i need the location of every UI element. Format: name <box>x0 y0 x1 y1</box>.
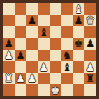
black-bishop[interactable]: ♝ <box>39 27 48 38</box>
square-e2[interactable] <box>50 73 62 85</box>
black-pawn[interactable]: ♟ <box>4 38 13 49</box>
white-pawn[interactable]: ♟ <box>27 73 36 84</box>
square-d3[interactable]: ♟ <box>38 61 50 73</box>
square-g6[interactable] <box>73 26 85 38</box>
square-b8[interactable] <box>15 3 27 15</box>
square-f3[interactable]: ♝ <box>61 61 73 73</box>
square-h6[interactable] <box>84 26 96 38</box>
black-pawn[interactable]: ♟ <box>85 38 94 49</box>
square-e4[interactable] <box>50 50 62 62</box>
square-f7[interactable] <box>61 15 73 27</box>
square-e8[interactable] <box>50 3 62 15</box>
square-d6[interactable]: ♝ <box>38 26 50 38</box>
square-d1[interactable] <box>38 84 50 96</box>
white-king[interactable]: ♚ <box>51 85 60 96</box>
square-d4[interactable] <box>38 50 50 62</box>
square-c1[interactable] <box>26 84 38 96</box>
square-b1[interactable] <box>15 84 27 96</box>
square-a8[interactable] <box>3 3 15 15</box>
square-h1[interactable] <box>84 84 96 96</box>
square-b2[interactable]: ♟ <box>15 73 27 85</box>
square-f2[interactable] <box>61 73 73 85</box>
square-b4[interactable]: ♟ <box>15 50 27 62</box>
square-a1[interactable] <box>3 84 15 96</box>
square-e3[interactable] <box>50 61 62 73</box>
square-g7[interactable]: ♟ <box>73 15 85 27</box>
square-e1[interactable]: ♚ <box>50 84 62 96</box>
black-bishop[interactable]: ♝ <box>62 62 71 73</box>
square-g2[interactable] <box>73 73 85 85</box>
square-h7[interactable]: ♛ <box>84 15 96 27</box>
white-rook[interactable]: ♜ <box>4 73 13 84</box>
square-d5[interactable] <box>38 38 50 50</box>
square-c6[interactable] <box>26 26 38 38</box>
square-e7[interactable] <box>50 15 62 27</box>
white-pawn[interactable]: ♟ <box>85 62 94 73</box>
square-a4[interactable]: ♟ <box>3 50 15 62</box>
square-h5[interactable]: ♟ <box>84 38 96 50</box>
square-c8[interactable] <box>26 3 38 15</box>
square-g4[interactable] <box>73 50 85 62</box>
square-h2[interactable]: ♜ <box>84 73 96 85</box>
square-d2[interactable] <box>38 73 50 85</box>
square-a2[interactable]: ♜ <box>3 73 15 85</box>
black-pawn[interactable]: ♟ <box>27 15 36 26</box>
square-a7[interactable] <box>3 15 15 27</box>
black-knight[interactable]: ♞ <box>62 50 71 61</box>
square-f4[interactable]: ♞ <box>61 50 73 62</box>
square-a3[interactable] <box>3 61 15 73</box>
white-bishop[interactable]: ♝ <box>74 4 83 15</box>
square-c4[interactable] <box>26 50 38 62</box>
square-a6[interactable] <box>3 26 15 38</box>
square-f8[interactable] <box>61 3 73 15</box>
square-d7[interactable] <box>38 15 50 27</box>
square-b7[interactable] <box>15 15 27 27</box>
chess-board: ♝♟♟♛♝♟♚♟♟♟♞♟♝♟♜♟♟♜♚ <box>3 3 96 96</box>
square-b5[interactable] <box>15 38 27 50</box>
black-pawn[interactable]: ♟ <box>74 15 83 26</box>
square-c7[interactable]: ♟ <box>26 15 38 27</box>
square-c5[interactable] <box>26 38 38 50</box>
square-g3[interactable] <box>73 61 85 73</box>
square-a5[interactable]: ♟ <box>3 38 15 50</box>
square-b6[interactable] <box>15 26 27 38</box>
square-e5[interactable] <box>50 38 62 50</box>
square-c2[interactable]: ♟ <box>26 73 38 85</box>
white-pawn[interactable]: ♟ <box>39 62 48 73</box>
square-g8[interactable]: ♝ <box>73 3 85 15</box>
square-h4[interactable] <box>84 50 96 62</box>
square-b3[interactable] <box>15 61 27 73</box>
square-g1[interactable] <box>73 84 85 96</box>
square-f1[interactable] <box>61 84 73 96</box>
black-rook[interactable]: ♜ <box>85 73 94 84</box>
square-g5[interactable]: ♚ <box>73 38 85 50</box>
square-h8[interactable] <box>84 3 96 15</box>
black-pawn[interactable]: ♟ <box>16 50 25 61</box>
black-king[interactable]: ♚ <box>74 38 83 49</box>
chess-board-frame: ♝♟♟♛♝♟♚♟♟♟♞♟♝♟♜♟♟♜♚ <box>0 0 99 99</box>
square-f5[interactable] <box>61 38 73 50</box>
square-d8[interactable] <box>38 3 50 15</box>
square-e6[interactable] <box>50 26 62 38</box>
white-queen[interactable]: ♛ <box>85 15 94 26</box>
square-c3[interactable] <box>26 61 38 73</box>
square-h3[interactable]: ♟ <box>84 61 96 73</box>
white-pawn[interactable]: ♟ <box>16 73 25 84</box>
square-f6[interactable] <box>61 26 73 38</box>
white-pawn[interactable]: ♟ <box>4 50 13 61</box>
